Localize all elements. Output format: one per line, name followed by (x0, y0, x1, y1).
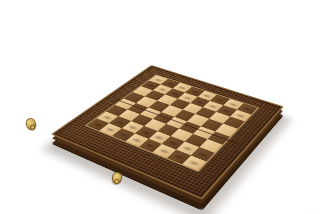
perspective-container: ♜♞♝♛♚♝♞♜♟♟♟♟♟♟♟♟♟♟♟♟♟♟♟♟♜♞♝♛♚♝♞♜ (0, 0, 320, 214)
board-carved-border: ♜♞♝♛♚♝♞♜♟♟♟♟♟♟♟♟♟♟♟♟♟♟♟♟♜♞♝♛♚♝♞♜ (51, 65, 284, 200)
square-h7: ♟ (230, 110, 251, 122)
square-h1: ♜ (182, 155, 206, 170)
chess-board: ♜♞♝♛♚♝♞♜♟♟♟♟♟♟♟♟♟♟♟♟♟♟♟♟♜♞♝♛♚♝♞♜ (51, 65, 284, 200)
board-field: ♜♞♝♛♚♝♞♜♟♟♟♟♟♟♟♟♟♟♟♟♟♟♟♟♜♞♝♛♚♝♞♜ (87, 75, 258, 170)
chess-set-photo: ♜♞♝♛♚♝♞♜♟♟♟♟♟♟♟♟♟♟♟♟♟♟♟♟♜♞♝♛♚♝♞♜ (0, 0, 320, 214)
